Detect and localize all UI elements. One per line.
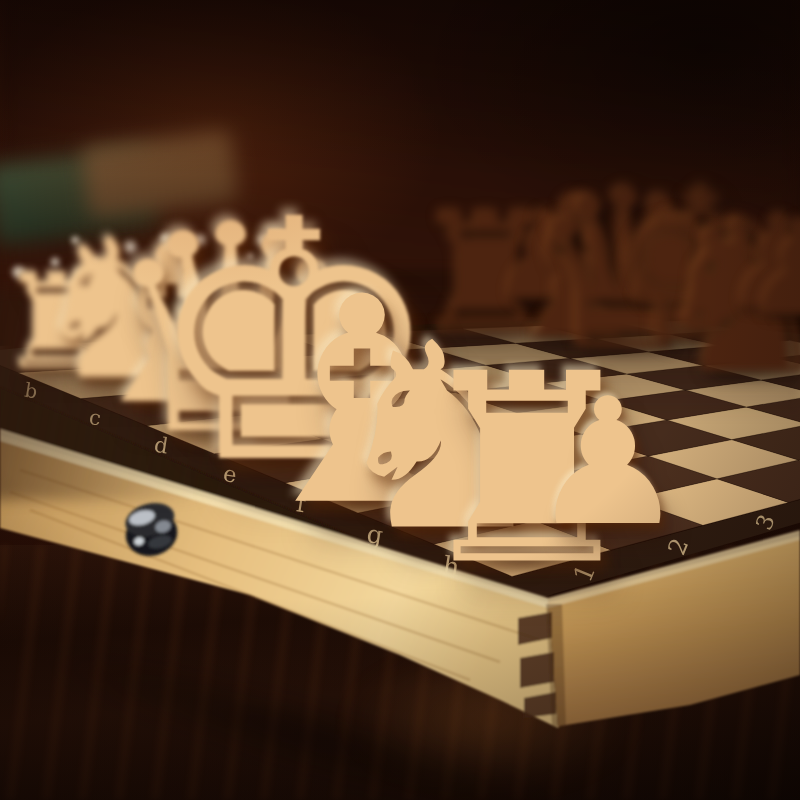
chess-set-photo: abcdefgh12345678 ♜♟♝♛♟♚♞♟♟♜♞♝♛♚♝♞♜♟ Stag… [0, 0, 800, 800]
vignette-overlay [0, 0, 800, 800]
